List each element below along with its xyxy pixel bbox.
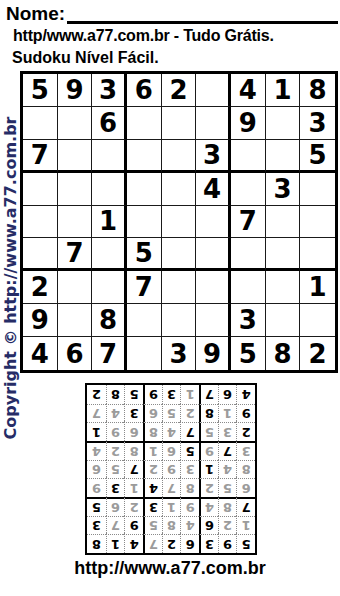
solution-cell-r3c6: 3 (143, 497, 162, 516)
puzzle-cell-r9c5: 3 (162, 337, 197, 370)
solution-cell-r4c5: 7 (162, 478, 181, 497)
puzzle-cell-r9c8: 8 (266, 337, 301, 370)
solution-cell-r5c9: 6 (87, 460, 106, 479)
puzzle-cell-r8c2 (58, 304, 93, 337)
solution-cell-r5c8: 5 (106, 460, 125, 479)
solution-cell-r9c1: 4 (236, 385, 255, 404)
solution-cell-r6c1: 3 (236, 441, 255, 460)
solution-cell-r6c5: 6 (162, 441, 181, 460)
puzzle-cell-r4c6: 4 (196, 173, 231, 206)
puzzle-cell-r8c8 (266, 304, 301, 337)
solution-cell-r7c1: 2 (236, 422, 255, 441)
puzzle-cell-r7c9: 1 (300, 271, 335, 304)
puzzle-cell-r6c7 (231, 238, 266, 271)
solution-cell-r2c9: 3 (87, 516, 106, 535)
solution-cell-r2c5: 8 (162, 516, 181, 535)
solution-cell-r4c1: 6 (236, 478, 255, 497)
solution-cell-r3c8: 6 (106, 497, 125, 516)
puzzle-cell-r4c8: 3 (266, 173, 301, 206)
name-row: Nome: (6, 2, 338, 24)
solution-cell-r1c8: 1 (106, 534, 125, 553)
solution-cell-r7c9: 1 (87, 422, 106, 441)
puzzle-cell-r1c3: 3 (92, 74, 127, 107)
puzzle-cell-r5c9 (300, 206, 335, 239)
solution-cell-r4c3: 2 (199, 478, 218, 497)
solution-cell-r1c3: 3 (199, 534, 218, 553)
puzzle-cell-r8c3: 8 (92, 304, 127, 337)
solution-cell-r6c9: 4 (87, 441, 106, 460)
solution-cell-r7c2: 3 (218, 422, 237, 441)
puzzle-cell-r2c9: 3 (300, 107, 335, 140)
puzzle-cell-r9c6: 9 (196, 337, 231, 370)
solution-cell-r6c6: 1 (143, 441, 162, 460)
puzzle-cell-r7c5 (162, 271, 197, 304)
puzzle-cell-r1c8: 1 (266, 74, 301, 107)
puzzle-cell-r6c8 (266, 238, 301, 271)
solution-cell-r9c8: 8 (106, 385, 125, 404)
puzzle-cell-r7c4: 7 (127, 271, 162, 304)
solution-cell-r5c6: 2 (143, 460, 162, 479)
puzzle-cell-r2c2 (58, 107, 93, 140)
solution-cell-r9c6: 9 (143, 385, 162, 404)
puzzle-cell-r1c4: 6 (127, 74, 162, 107)
footer-url: http://www.a77.com.br (0, 558, 340, 579)
solution-cell-r8c6: 6 (143, 404, 162, 423)
solution-cell-r1c1: 5 (236, 534, 255, 553)
puzzle-cell-r7c7 (231, 271, 266, 304)
puzzle-cell-r3c5 (162, 140, 197, 173)
puzzle-cell-r4c4 (127, 173, 162, 206)
solution-cell-r7c8: 9 (106, 422, 125, 441)
solution-cell-r5c7: 7 (124, 460, 143, 479)
puzzle-cell-r4c5 (162, 173, 197, 206)
puzzle-cell-r4c7 (231, 173, 266, 206)
puzzle-cell-r6c2: 7 (58, 238, 93, 271)
puzzle-cell-r7c2 (58, 271, 93, 304)
puzzle-cell-r1c2: 9 (58, 74, 93, 107)
solution-cell-r6c3: 9 (199, 441, 218, 460)
puzzle-cell-r2c1 (23, 107, 58, 140)
puzzle-cell-r7c3 (92, 271, 127, 304)
solution-cell-r9c9: 2 (87, 385, 106, 404)
puzzle-cell-r9c1: 4 (23, 337, 58, 370)
puzzle-cell-r3c9: 5 (300, 140, 335, 173)
puzzle-cell-r5c5 (162, 206, 197, 239)
puzzle-cell-r2c3: 6 (92, 107, 127, 140)
puzzle-cell-r1c9: 8 (300, 74, 335, 107)
puzzle-cell-r2c8 (266, 107, 301, 140)
solution-cell-r8c7: 3 (124, 404, 143, 423)
solution-cell-r1c2: 9 (218, 534, 237, 553)
puzzle-cell-r8c4 (127, 304, 162, 337)
puzzle-cell-r7c1: 2 (23, 271, 58, 304)
solution-cell-r7c5: 4 (162, 422, 181, 441)
solution-cell-r8c4: 2 (180, 404, 199, 423)
solution-cell-r3c4: 9 (180, 497, 199, 516)
solution-cell-r4c9: 9 (87, 478, 106, 497)
solution-cell-r3c9: 5 (87, 497, 106, 516)
puzzle-cell-r8c5 (162, 304, 197, 337)
solution-cell-r8c3: 8 (199, 404, 218, 423)
puzzle-title: Sudoku Nível Fácil. (12, 49, 159, 67)
solution-cell-r8c9: 7 (87, 404, 106, 423)
puzzle-cell-r9c2: 6 (58, 337, 93, 370)
puzzle-cell-r7c6 (196, 271, 231, 304)
puzzle-cell-r2c4 (127, 107, 162, 140)
solution-cell-r8c1: 9 (236, 404, 255, 423)
puzzle-cell-r1c5: 2 (162, 74, 197, 107)
puzzle-cell-r8c1: 9 (23, 304, 58, 337)
sudoku-solution-grid-rotated: 5936274181264859737849132656528741398413… (85, 383, 257, 555)
solution-cell-r1c7: 4 (124, 534, 143, 553)
solution-cell-r2c8: 7 (106, 516, 125, 535)
puzzle-cell-r6c1 (23, 238, 58, 271)
puzzle-cell-r8c7: 3 (231, 304, 266, 337)
solution-cell-r2c4: 4 (180, 516, 199, 535)
puzzle-cell-r7c8 (266, 271, 301, 304)
solution-cell-r1c5: 2 (162, 534, 181, 553)
printable-sudoku-page: Nome: http/www.a77.com.br - Tudo Grátis.… (0, 0, 340, 596)
puzzle-cell-r6c4: 5 (127, 238, 162, 271)
name-blank-line (67, 2, 338, 24)
solution-cell-r2c7: 9 (124, 516, 143, 535)
puzzle-cell-r9c4 (127, 337, 162, 370)
sudoku-puzzle-grid: 5936241869373543177527198346739582 (20, 71, 338, 373)
puzzle-cell-r6c9 (300, 238, 335, 271)
puzzle-cell-r3c2 (58, 140, 93, 173)
solution-cell-r4c4: 8 (180, 478, 199, 497)
solution-cell-r8c2: 1 (218, 404, 237, 423)
solution-cell-r3c7: 2 (124, 497, 143, 516)
solution-cell-r5c1: 8 (236, 460, 255, 479)
solution-cell-r7c4: 7 (180, 422, 199, 441)
puzzle-cell-r9c7: 5 (231, 337, 266, 370)
solution-cell-r4c2: 5 (218, 478, 237, 497)
solution-cell-r8c8: 4 (106, 404, 125, 423)
puzzle-cell-r4c1 (23, 173, 58, 206)
solution-cell-r2c2: 2 (218, 516, 237, 535)
solution-cell-r2c1: 1 (236, 516, 255, 535)
solution-cell-r3c2: 8 (218, 497, 237, 516)
puzzle-cell-r2c7: 9 (231, 107, 266, 140)
solution-cell-r7c7: 6 (124, 422, 143, 441)
solution-cell-r9c3: 7 (199, 385, 218, 404)
puzzle-cell-r3c8 (266, 140, 301, 173)
puzzle-cell-r8c6 (196, 304, 231, 337)
puzzle-cell-r2c5 (162, 107, 197, 140)
puzzle-cell-r2c6 (196, 107, 231, 140)
puzzle-cell-r3c7 (231, 140, 266, 173)
puzzle-cell-r5c4 (127, 206, 162, 239)
puzzle-cell-r8c9 (300, 304, 335, 337)
puzzle-cell-r5c2 (58, 206, 93, 239)
solution-cell-r9c5: 3 (162, 385, 181, 404)
puzzle-cell-r5c3: 1 (92, 206, 127, 239)
solution-cell-r6c2: 7 (218, 441, 237, 460)
puzzle-cell-r5c6 (196, 206, 231, 239)
puzzle-cell-r9c9: 2 (300, 337, 335, 370)
puzzle-cell-r6c6 (196, 238, 231, 271)
puzzle-cell-r3c1: 7 (23, 140, 58, 173)
solution-cell-r1c6: 7 (143, 534, 162, 553)
solution-cell-r7c6: 8 (143, 422, 162, 441)
solution-cell-r9c7: 5 (124, 385, 143, 404)
puzzle-cell-r5c1 (23, 206, 58, 239)
solution-cell-r4c8: 3 (106, 478, 125, 497)
solution-cell-r7c3: 5 (199, 422, 218, 441)
puzzle-cell-r6c3 (92, 238, 127, 271)
solution-cell-r1c4: 6 (180, 534, 199, 553)
solution-cell-r2c6: 5 (143, 516, 162, 535)
puzzle-cell-r3c3 (92, 140, 127, 173)
puzzle-cell-r1c1: 5 (23, 74, 58, 107)
puzzle-cell-r1c7: 4 (231, 74, 266, 107)
solution-cell-r4c7: 1 (124, 478, 143, 497)
solution-cell-r5c5: 9 (162, 460, 181, 479)
solution-cell-r1c9: 8 (87, 534, 106, 553)
puzzle-cell-r1c6 (196, 74, 231, 107)
puzzle-cell-r6c5 (162, 238, 197, 271)
puzzle-cell-r4c9 (300, 173, 335, 206)
puzzle-cell-r3c4 (127, 140, 162, 173)
solution-cell-r3c1: 7 (236, 497, 255, 516)
solution-cell-r3c5: 1 (162, 497, 181, 516)
solution-cell-r6c4: 5 (180, 441, 199, 460)
solution-cell-r6c8: 2 (106, 441, 125, 460)
puzzle-cell-r5c7: 7 (231, 206, 266, 239)
solution-cell-r8c5: 5 (162, 404, 181, 423)
site-header: http/www.a77.com.br - Tudo Grátis. (13, 27, 274, 45)
puzzle-cell-r4c2 (58, 173, 93, 206)
solution-cell-r5c4: 3 (180, 460, 199, 479)
solution-cell-r2c3: 6 (199, 516, 218, 535)
name-label: Nome: (6, 3, 65, 24)
solution-cell-r9c2: 6 (218, 385, 237, 404)
solution-cell-r5c3: 1 (199, 460, 218, 479)
solution-cell-r5c2: 4 (218, 460, 237, 479)
copyright-vertical-text: Copyright © http://www.a77.com.br (2, 86, 20, 470)
puzzle-cell-r3c6: 3 (196, 140, 231, 173)
solution-cell-r4c6: 4 (143, 478, 162, 497)
puzzle-cell-r4c3 (92, 173, 127, 206)
solution-cell-r6c7: 8 (124, 441, 143, 460)
puzzle-cell-r5c8 (266, 206, 301, 239)
solution-cell-r9c4: 1 (180, 385, 199, 404)
puzzle-cell-r9c3: 7 (92, 337, 127, 370)
solution-cell-r3c3: 4 (199, 497, 218, 516)
